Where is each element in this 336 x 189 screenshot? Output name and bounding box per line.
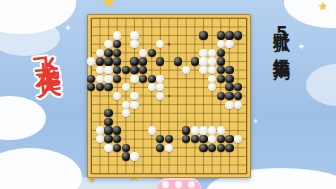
black-stone xyxy=(217,57,225,65)
white-stone xyxy=(208,126,216,134)
white-stone xyxy=(122,101,130,109)
white-stone xyxy=(165,144,173,152)
white-stone xyxy=(208,57,216,65)
white-stone xyxy=(96,126,104,134)
white-stone xyxy=(104,75,112,83)
white-stone xyxy=(191,126,199,134)
black-stone xyxy=(148,49,156,57)
black-stone xyxy=(217,144,225,152)
black-stone xyxy=(225,92,233,100)
black-stone xyxy=(217,92,225,100)
black-stone xyxy=(113,57,121,65)
black-stone xyxy=(122,144,130,152)
white-stone xyxy=(225,40,233,48)
white-stone xyxy=(130,92,138,100)
black-stone xyxy=(199,144,207,152)
black-stone xyxy=(191,57,199,65)
black-stone xyxy=(148,75,156,83)
sparkle-icon: ✦ xyxy=(64,24,72,33)
black-stone xyxy=(139,75,147,83)
scene: ★ ★ ★ ★ ✦ ✦ ✦ 飞龙在天 野狐5级第十二局 xyxy=(0,0,336,189)
black-stone xyxy=(104,49,112,57)
star-icon: ★ xyxy=(102,0,115,10)
black-stone xyxy=(217,66,225,74)
white-stone xyxy=(96,75,104,83)
white-stone xyxy=(199,126,207,134)
black-stone xyxy=(156,57,164,65)
black-stone xyxy=(217,31,225,39)
cloud xyxy=(0,96,46,140)
right-title: 野狐5级第十二局 xyxy=(271,20,294,52)
black-stone xyxy=(104,118,112,126)
black-stone xyxy=(217,135,225,143)
sparkle-icon: ✦ xyxy=(252,118,259,126)
black-stone xyxy=(225,135,233,143)
black-stone xyxy=(122,66,130,74)
black-stone xyxy=(130,57,138,65)
black-stone xyxy=(208,144,216,152)
white-stone xyxy=(199,49,207,57)
cloud xyxy=(306,64,336,106)
black-stone xyxy=(217,75,225,83)
black-stone xyxy=(113,126,121,134)
black-stone xyxy=(130,66,138,74)
white-stone xyxy=(130,75,138,83)
black-stone xyxy=(225,83,233,91)
black-stone xyxy=(104,126,112,134)
black-stone xyxy=(234,31,242,39)
white-stone xyxy=(234,101,242,109)
white-stone xyxy=(113,31,121,39)
white-stone xyxy=(104,66,112,74)
white-stone xyxy=(199,66,207,74)
black-stone xyxy=(199,135,207,143)
star-icon: ★ xyxy=(318,1,328,12)
black-stone xyxy=(225,144,233,152)
black-stone xyxy=(225,66,233,74)
white-stone xyxy=(104,144,112,152)
black-stone xyxy=(217,49,225,57)
white-stone xyxy=(199,57,207,65)
white-stone xyxy=(130,101,138,109)
go-board[interactable] xyxy=(87,14,251,178)
black-stone xyxy=(174,57,182,65)
white-stone xyxy=(87,57,95,65)
black-stone xyxy=(104,57,112,65)
white-stone xyxy=(217,126,225,134)
white-stone xyxy=(104,40,112,48)
black-stone xyxy=(104,109,112,117)
white-stone xyxy=(139,49,147,57)
paw-decoration xyxy=(157,178,201,189)
black-stone xyxy=(182,126,190,134)
black-stone xyxy=(96,57,104,65)
white-stone xyxy=(130,152,138,160)
black-stone xyxy=(104,135,112,143)
white-stone xyxy=(225,101,233,109)
white-stone xyxy=(130,31,138,39)
black-stone xyxy=(122,152,130,160)
sparkle-icon: ✦ xyxy=(297,42,305,52)
black-stone xyxy=(139,57,147,65)
white-stone xyxy=(208,75,216,83)
black-stone xyxy=(225,75,233,83)
black-stone xyxy=(199,31,207,39)
black-stone xyxy=(225,31,233,39)
white-stone xyxy=(96,49,104,57)
left-title: 飞龙在天 xyxy=(27,34,62,61)
white-stone xyxy=(148,126,156,134)
white-stone xyxy=(130,40,138,48)
